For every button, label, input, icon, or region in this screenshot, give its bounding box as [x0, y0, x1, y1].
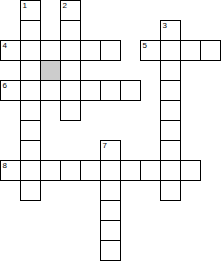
- grid-cell[interactable]: 3: [160, 20, 181, 41]
- clue-number: 2: [63, 1, 67, 10]
- grid-cell[interactable]: [160, 160, 181, 181]
- grid-cell[interactable]: [40, 40, 61, 61]
- grid-cell[interactable]: [120, 80, 141, 101]
- grid-cell[interactable]: 1: [20, 0, 41, 21]
- grid-cell[interactable]: 2: [60, 0, 81, 21]
- grid-cell[interactable]: [60, 60, 81, 81]
- grid-cell[interactable]: [20, 180, 41, 201]
- grid-cell[interactable]: [20, 140, 41, 161]
- grid-cell[interactable]: [140, 160, 161, 181]
- grid-cell[interactable]: [60, 20, 81, 41]
- grid-cell[interactable]: [100, 220, 121, 241]
- clue-number: 7: [103, 141, 107, 150]
- grid-cell[interactable]: [60, 100, 81, 121]
- grid-cell[interactable]: [20, 80, 41, 101]
- grid-cell[interactable]: [160, 60, 181, 81]
- clue-number: 1: [23, 1, 27, 10]
- grid-cell[interactable]: [80, 80, 101, 101]
- grid-cell-shaded[interactable]: [40, 60, 61, 81]
- grid-cell[interactable]: [100, 160, 121, 181]
- grid-cell[interactable]: [100, 40, 121, 61]
- grid-cell[interactable]: [60, 80, 81, 101]
- grid-cell[interactable]: [120, 160, 141, 181]
- grid-cell[interactable]: [60, 40, 81, 61]
- grid-cell[interactable]: [80, 160, 101, 181]
- grid-cell[interactable]: [20, 40, 41, 61]
- grid-cell[interactable]: [160, 100, 181, 121]
- grid-cell[interactable]: [100, 240, 121, 261]
- grid-cell[interactable]: [60, 160, 81, 181]
- grid-cell[interactable]: [160, 120, 181, 141]
- grid-cell[interactable]: [100, 80, 121, 101]
- grid-cell[interactable]: 6: [0, 80, 21, 101]
- grid-cell[interactable]: [80, 40, 101, 61]
- grid-cell[interactable]: 8: [0, 160, 21, 181]
- grid-cell[interactable]: [180, 40, 201, 61]
- grid-cell[interactable]: 7: [100, 140, 121, 161]
- grid-cell[interactable]: 5: [140, 40, 161, 61]
- clue-number: 4: [3, 41, 7, 50]
- grid-cell[interactable]: [160, 140, 181, 161]
- grid-cell[interactable]: [180, 160, 201, 181]
- grid-cell[interactable]: [100, 180, 121, 201]
- grid-cell[interactable]: [160, 180, 181, 201]
- grid-cell[interactable]: [200, 40, 221, 61]
- clue-number: 8: [3, 161, 7, 170]
- grid-cell[interactable]: [20, 100, 41, 121]
- grid-cell[interactable]: [40, 160, 61, 181]
- crossword-grid: 12345678: [0, 0, 221, 261]
- grid-cell[interactable]: [160, 80, 181, 101]
- grid-cell[interactable]: [100, 200, 121, 221]
- grid-cell[interactable]: [20, 60, 41, 81]
- clue-number: 3: [163, 21, 167, 30]
- grid-cell[interactable]: 4: [0, 40, 21, 61]
- grid-cell[interactable]: [20, 160, 41, 181]
- clue-number: 5: [143, 41, 147, 50]
- grid-cell[interactable]: [160, 40, 181, 61]
- grid-cell[interactable]: [40, 80, 61, 101]
- grid-cell[interactable]: [20, 120, 41, 141]
- grid-cell[interactable]: [20, 20, 41, 41]
- clue-number: 6: [3, 81, 7, 90]
